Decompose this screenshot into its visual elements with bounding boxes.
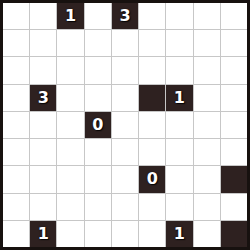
puzzle-board: 13310011: [0, 0, 250, 250]
cell-r8-c3[interactable]: [57, 194, 83, 220]
cell-r8-c2[interactable]: [30, 194, 56, 220]
cell-r9-c2[interactable]: 1: [30, 221, 56, 247]
cell-r5-c5[interactable]: [112, 112, 138, 138]
cell-r8-c1[interactable]: [3, 194, 29, 220]
cell-r2-c5[interactable]: [112, 30, 138, 56]
cell-r4-c4[interactable]: [85, 85, 111, 111]
cell-r7-c7[interactable]: [166, 166, 192, 192]
cell-r4-c2[interactable]: 3: [30, 85, 56, 111]
cell-r5-c7[interactable]: [166, 112, 192, 138]
cell-r7-c8[interactable]: [194, 166, 220, 192]
cell-r9-c9[interactable]: [221, 221, 247, 247]
puzzle-screenshot: 13310011: [0, 0, 250, 250]
cell-r8-c9[interactable]: [221, 194, 247, 220]
cell-r7-c3[interactable]: [57, 166, 83, 192]
cell-r9-c8[interactable]: [194, 221, 220, 247]
cell-r8-c4[interactable]: [85, 194, 111, 220]
cell-r3-c8[interactable]: [194, 57, 220, 83]
clue-number: 1: [65, 8, 76, 24]
cell-r2-c4[interactable]: [85, 30, 111, 56]
cell-r2-c2[interactable]: [30, 30, 56, 56]
clue-number: 1: [174, 226, 185, 242]
cell-r4-c8[interactable]: [194, 85, 220, 111]
cell-r6-c3[interactable]: [57, 139, 83, 165]
cell-r8-c7[interactable]: [166, 194, 192, 220]
cell-r2-c9[interactable]: [221, 30, 247, 56]
cell-r7-c2[interactable]: [30, 166, 56, 192]
cell-r6-c5[interactable]: [112, 139, 138, 165]
cell-r5-c1[interactable]: [3, 112, 29, 138]
cell-r1-c2[interactable]: [30, 3, 56, 29]
cell-r4-c1[interactable]: [3, 85, 29, 111]
cell-r9-c4[interactable]: [85, 221, 111, 247]
cell-r5-c2[interactable]: [30, 112, 56, 138]
cell-r6-c1[interactable]: [3, 139, 29, 165]
cell-r9-c7[interactable]: 1: [166, 221, 192, 247]
cell-r4-c7[interactable]: 1: [166, 85, 192, 111]
cell-r5-c9[interactable]: [221, 112, 247, 138]
cell-r4-c3[interactable]: [57, 85, 83, 111]
cell-r9-c5[interactable]: [112, 221, 138, 247]
cell-r6-c7[interactable]: [166, 139, 192, 165]
cell-r6-c9[interactable]: [221, 139, 247, 165]
clue-number: 0: [147, 171, 158, 187]
cell-r6-c4[interactable]: [85, 139, 111, 165]
cell-r8-c8[interactable]: [194, 194, 220, 220]
cell-r3-c2[interactable]: [30, 57, 56, 83]
cell-r2-c7[interactable]: [166, 30, 192, 56]
cell-r3-c7[interactable]: [166, 57, 192, 83]
cell-r6-c2[interactable]: [30, 139, 56, 165]
cell-r1-c7[interactable]: [166, 3, 192, 29]
cell-r5-c8[interactable]: [194, 112, 220, 138]
cell-r4-c9[interactable]: [221, 85, 247, 111]
cell-r2-c6[interactable]: [139, 30, 165, 56]
cell-r1-c6[interactable]: [139, 3, 165, 29]
cell-r1-c1[interactable]: [3, 3, 29, 29]
cell-r1-c9[interactable]: [221, 3, 247, 29]
cell-r3-c3[interactable]: [57, 57, 83, 83]
cell-r7-c1[interactable]: [3, 166, 29, 192]
cell-r7-c4[interactable]: [85, 166, 111, 192]
cell-r1-c3[interactable]: 1: [57, 3, 83, 29]
cell-r2-c8[interactable]: [194, 30, 220, 56]
clue-number: 1: [174, 90, 185, 106]
clue-number: 0: [92, 117, 103, 133]
cell-r3-c9[interactable]: [221, 57, 247, 83]
cell-r2-c3[interactable]: [57, 30, 83, 56]
clue-number: 3: [38, 90, 49, 106]
cell-r4-c5[interactable]: [112, 85, 138, 111]
cell-r3-c1[interactable]: [3, 57, 29, 83]
cell-r3-c4[interactable]: [85, 57, 111, 83]
cell-r9-c6[interactable]: [139, 221, 165, 247]
cell-r1-c8[interactable]: [194, 3, 220, 29]
cell-r7-c9[interactable]: [221, 166, 247, 192]
cell-r4-c6[interactable]: [139, 85, 165, 111]
cell-r2-c1[interactable]: [3, 30, 29, 56]
cell-r5-c6[interactable]: [139, 112, 165, 138]
cell-r3-c5[interactable]: [112, 57, 138, 83]
cell-r8-c5[interactable]: [112, 194, 138, 220]
cell-r7-c5[interactable]: [112, 166, 138, 192]
cell-r1-c5[interactable]: 3: [112, 3, 138, 29]
cell-r1-c4[interactable]: [85, 3, 111, 29]
clue-number: 3: [119, 8, 130, 24]
cell-r6-c8[interactable]: [194, 139, 220, 165]
clue-number: 1: [38, 226, 49, 242]
cell-r6-c6[interactable]: [139, 139, 165, 165]
cell-r7-c6[interactable]: 0: [139, 166, 165, 192]
cell-r5-c4[interactable]: 0: [85, 112, 111, 138]
cell-r9-c1[interactable]: [3, 221, 29, 247]
cell-r5-c3[interactable]: [57, 112, 83, 138]
cell-r3-c6[interactable]: [139, 57, 165, 83]
cell-r9-c3[interactable]: [57, 221, 83, 247]
cell-r8-c6[interactable]: [139, 194, 165, 220]
